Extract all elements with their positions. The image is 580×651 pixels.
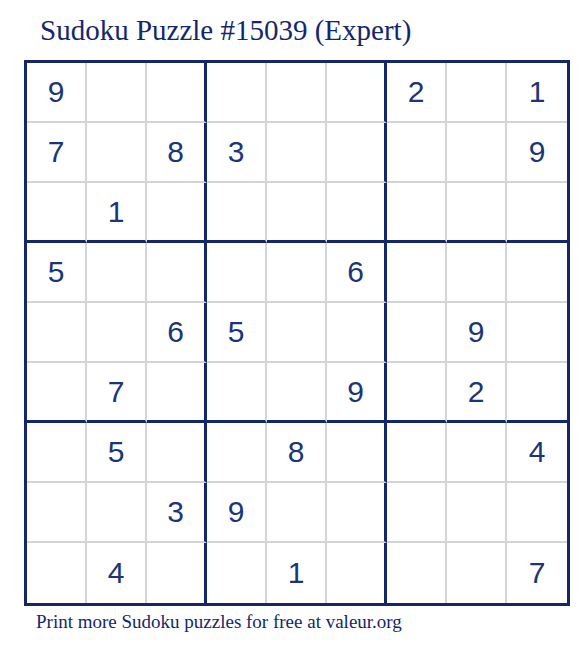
- cell-r8c3: 3: [147, 483, 207, 543]
- cell-r2c9: 9: [507, 123, 567, 183]
- cell-r7c8[interactable]: [447, 423, 507, 483]
- cell-r9c6[interactable]: [327, 543, 387, 603]
- cell-r3c2: 1: [87, 183, 147, 243]
- cell-r3c1[interactable]: [27, 183, 87, 243]
- cell-r3c8[interactable]: [447, 183, 507, 243]
- cell-r4c3[interactable]: [147, 243, 207, 303]
- cell-r9c9: 7: [507, 543, 567, 603]
- cell-r2c4: 3: [207, 123, 267, 183]
- cell-r5c5[interactable]: [267, 303, 327, 363]
- cell-r4c4[interactable]: [207, 243, 267, 303]
- sudoku-board: 921783915665979258439417: [24, 60, 570, 606]
- cell-r7c5: 8: [267, 423, 327, 483]
- cell-r2c8[interactable]: [447, 123, 507, 183]
- footer-text: Print more Sudoku puzzles for free at va…: [36, 611, 402, 633]
- cell-r8c6[interactable]: [327, 483, 387, 543]
- cell-r3c6[interactable]: [327, 183, 387, 243]
- cell-r1c3[interactable]: [147, 63, 207, 123]
- cell-r8c8[interactable]: [447, 483, 507, 543]
- cell-r1c2[interactable]: [87, 63, 147, 123]
- cell-r7c4[interactable]: [207, 423, 267, 483]
- cell-r7c1[interactable]: [27, 423, 87, 483]
- cell-r2c3: 8: [147, 123, 207, 183]
- cell-r1c4[interactable]: [207, 63, 267, 123]
- cell-r2c6[interactable]: [327, 123, 387, 183]
- cell-r6c1[interactable]: [27, 363, 87, 423]
- cell-r5c1[interactable]: [27, 303, 87, 363]
- cell-r8c4: 9: [207, 483, 267, 543]
- cell-r4c1: 5: [27, 243, 87, 303]
- cell-r1c7: 2: [387, 63, 447, 123]
- cell-r9c1[interactable]: [27, 543, 87, 603]
- cell-r2c7[interactable]: [387, 123, 447, 183]
- cell-r3c3[interactable]: [147, 183, 207, 243]
- cell-r3c9[interactable]: [507, 183, 567, 243]
- cell-r6c6: 9: [327, 363, 387, 423]
- cell-r2c2[interactable]: [87, 123, 147, 183]
- cell-r1c6[interactable]: [327, 63, 387, 123]
- cell-r7c6[interactable]: [327, 423, 387, 483]
- cell-r3c5[interactable]: [267, 183, 327, 243]
- cell-r6c4[interactable]: [207, 363, 267, 423]
- cell-r5c3: 6: [147, 303, 207, 363]
- cell-r1c1: 9: [27, 63, 87, 123]
- cell-r7c7[interactable]: [387, 423, 447, 483]
- cell-r6c8: 2: [447, 363, 507, 423]
- cell-r7c9: 4: [507, 423, 567, 483]
- cell-r3c7[interactable]: [387, 183, 447, 243]
- cell-r5c9[interactable]: [507, 303, 567, 363]
- cell-r7c2: 5: [87, 423, 147, 483]
- cell-r4c8[interactable]: [447, 243, 507, 303]
- cell-r3c4[interactable]: [207, 183, 267, 243]
- cell-r1c5[interactable]: [267, 63, 327, 123]
- cell-r9c7[interactable]: [387, 543, 447, 603]
- cell-r9c8[interactable]: [447, 543, 507, 603]
- cell-r5c7[interactable]: [387, 303, 447, 363]
- cell-r4c5[interactable]: [267, 243, 327, 303]
- cell-r6c9[interactable]: [507, 363, 567, 423]
- cell-r4c6: 6: [327, 243, 387, 303]
- cell-r6c2: 7: [87, 363, 147, 423]
- cell-r9c3[interactable]: [147, 543, 207, 603]
- cell-r7c3[interactable]: [147, 423, 207, 483]
- cell-r8c2[interactable]: [87, 483, 147, 543]
- cell-r9c2: 4: [87, 543, 147, 603]
- cell-r6c5[interactable]: [267, 363, 327, 423]
- cell-r2c5[interactable]: [267, 123, 327, 183]
- cell-r9c5: 1: [267, 543, 327, 603]
- cell-r8c9[interactable]: [507, 483, 567, 543]
- cell-r4c9[interactable]: [507, 243, 567, 303]
- cell-r4c7[interactable]: [387, 243, 447, 303]
- cell-r8c7[interactable]: [387, 483, 447, 543]
- page-title: Sudoku Puzzle #15039 (Expert): [40, 14, 411, 47]
- sudoku-page: Sudoku Puzzle #15039 (Expert) 9217839156…: [0, 0, 580, 651]
- cell-r9c4[interactable]: [207, 543, 267, 603]
- cell-r8c1[interactable]: [27, 483, 87, 543]
- cell-r1c9: 1: [507, 63, 567, 123]
- cell-r2c1: 7: [27, 123, 87, 183]
- cell-r5c2[interactable]: [87, 303, 147, 363]
- cell-r8c5[interactable]: [267, 483, 327, 543]
- cell-r6c3[interactable]: [147, 363, 207, 423]
- cell-r5c6[interactable]: [327, 303, 387, 363]
- cell-r5c8: 9: [447, 303, 507, 363]
- cell-r5c4: 5: [207, 303, 267, 363]
- cell-r1c8[interactable]: [447, 63, 507, 123]
- cell-r4c2[interactable]: [87, 243, 147, 303]
- cell-r6c7[interactable]: [387, 363, 447, 423]
